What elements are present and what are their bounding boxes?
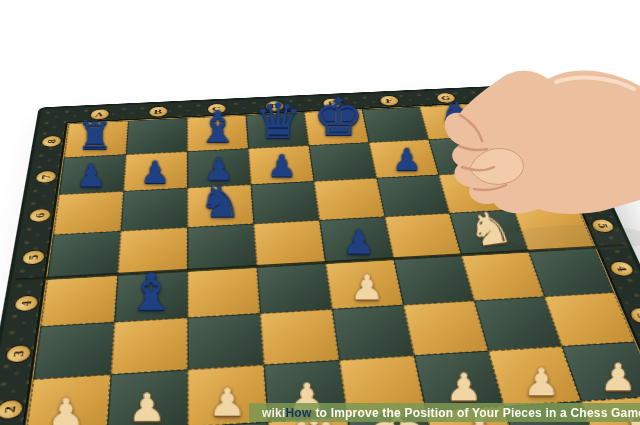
file-label-C: C	[207, 103, 225, 113]
caption-title-text: to Improve the Position of Your Pieces i…	[315, 406, 640, 420]
piece-bP-a7: ♟	[61, 161, 122, 192]
square-e3	[332, 305, 414, 360]
file-label-D: D	[265, 101, 284, 111]
square-f6	[376, 175, 449, 217]
wikihow-caption-bar: wikiHow to Improve the Position of Your …	[249, 403, 640, 422]
rank-label-7: 7	[558, 144, 581, 155]
square-b8	[126, 118, 187, 155]
square-g6	[439, 172, 514, 214]
square-d3	[260, 309, 339, 365]
file-label-A: A	[90, 109, 109, 120]
square-e7	[309, 142, 377, 181]
caption-brand-how: How	[285, 406, 311, 420]
square-d7: ♟	[248, 145, 314, 184]
square-e8: ♚	[304, 110, 369, 146]
piece-bP-b7: ♟	[125, 157, 186, 188]
square-c7: ♟	[187, 148, 251, 187]
square-g5: ♞	[449, 210, 528, 255]
file-label-F: F	[379, 95, 399, 105]
piece-wP-a2: ♟	[27, 394, 105, 425]
rank-label-4: 4	[608, 261, 635, 276]
rank-label-8: 8	[41, 136, 61, 147]
board-scene: ABCDEFGH ABCDEFGH 87654321 87654321 ♜♝♛♚…	[24, 14, 614, 425]
square-b6	[121, 188, 188, 231]
square-f4	[393, 255, 473, 305]
square-c8: ♝	[187, 115, 248, 151]
square-b7: ♟	[123, 152, 187, 192]
square-a8: ♜	[64, 121, 128, 158]
square-f5	[385, 213, 462, 259]
piece-bR-a8: ♜	[66, 117, 125, 155]
piece-wP-h2: ♟	[581, 359, 640, 397]
square-e5: ♟	[319, 217, 393, 263]
piece-wP-b2: ♟	[109, 389, 186, 425]
square-d4	[257, 263, 332, 314]
rank-label-8: 8	[543, 111, 565, 122]
square-c4	[187, 267, 260, 318]
square-f3	[403, 301, 488, 356]
square-d8: ♛	[246, 112, 309, 148]
file-label-E: E	[322, 98, 341, 108]
rank-label-5: 5	[590, 219, 615, 233]
rank-label-3: 3	[628, 307, 640, 323]
square-f8	[362, 107, 429, 143]
file-label-B: B	[149, 106, 167, 116]
rank-label-5: 5	[21, 250, 44, 264]
rank-label-6: 6	[573, 180, 597, 192]
square-e6	[314, 178, 385, 220]
rank-label-4: 4	[14, 295, 38, 311]
piece-bN-c6: ♞	[189, 180, 253, 224]
square-g4	[461, 251, 544, 301]
square-e4: ♟	[325, 259, 403, 309]
caption-brand-wiki: wiki	[262, 406, 285, 420]
square-b4: ♝	[114, 271, 187, 323]
square-b3	[111, 318, 188, 375]
square-c6: ♞	[187, 185, 253, 228]
piece-wP-e4: ♟	[333, 270, 402, 305]
rank-label-2: 2	[0, 399, 23, 418]
piece-bP-c7: ♟	[189, 154, 250, 185]
file-label-H: H	[492, 90, 513, 100]
square-c5	[187, 224, 256, 271]
file-label-G: G	[435, 93, 455, 103]
chess-board: ABCDEFGH ABCDEFGH 87654321 87654321 ♜♝♛♚…	[0, 85, 640, 425]
piece-wP-g2: ♟	[504, 364, 580, 402]
rank-label-3: 3	[5, 345, 31, 362]
piece-wP-f2: ♟	[426, 368, 502, 406]
square-a6	[53, 191, 123, 234]
square-a3	[33, 322, 114, 379]
rank-label-6: 6	[29, 208, 51, 221]
square-a4	[41, 274, 118, 326]
square-b2: ♟	[107, 370, 188, 425]
rank-label-7: 7	[35, 171, 56, 183]
piece-bP-e5: ♟	[326, 226, 392, 259]
piece-bP-d7: ♟	[252, 151, 313, 182]
piece-bP-f7: ♟	[377, 145, 437, 175]
piece-bP-g7: ♟	[439, 142, 499, 172]
square-h6	[500, 168, 577, 209]
square-a2: ♟	[25, 374, 111, 425]
square-d5	[254, 220, 326, 266]
photo-stage: ABCDEFGH ABCDEFGH 87654321 87654321 ♜♝♛♚…	[0, 0, 640, 425]
square-c3	[187, 313, 263, 369]
square-b5	[118, 227, 188, 274]
square-f7: ♟	[369, 139, 439, 178]
square-a5	[47, 231, 120, 278]
square-a7: ♟	[59, 155, 126, 195]
square-d6	[251, 181, 320, 223]
